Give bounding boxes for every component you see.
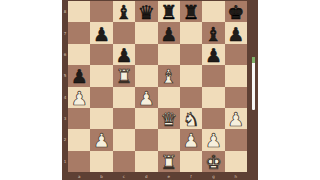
file-label-g: g	[202, 172, 224, 180]
square-b5[interactable]	[90, 65, 112, 86]
square-h3[interactable]: ♟	[225, 108, 247, 129]
square-f8[interactable]: ♜	[180, 1, 202, 22]
square-a8[interactable]	[68, 1, 90, 22]
square-b4[interactable]	[90, 87, 112, 108]
file-label-c: c	[113, 172, 135, 180]
square-g6[interactable]: ♟	[202, 44, 224, 65]
black-queen-piece: ♛	[138, 3, 155, 22]
file-label-f: f	[180, 172, 202, 180]
square-e3[interactable]: ♛	[158, 108, 180, 129]
square-h4[interactable]	[225, 87, 247, 108]
page: 87654321 ♝♛♜♜♚♟♟♝♟♟♟♟♜♝♟♟♛♞♟♟♟♟♜♚ abcdef…	[0, 0, 320, 180]
square-h6[interactable]	[225, 44, 247, 65]
white-pawn-piece: ♟	[138, 88, 155, 107]
square-a4[interactable]: ♟	[68, 87, 90, 108]
square-e8[interactable]: ♜	[158, 1, 180, 22]
file-label-a: a	[68, 172, 90, 180]
square-c4[interactable]	[113, 87, 135, 108]
chess-board-frame: 87654321 ♝♛♜♜♚♟♟♝♟♟♟♟♜♝♟♟♛♞♟♟♟♟♜♚ abcdef…	[62, 0, 258, 180]
square-c8[interactable]: ♝	[113, 1, 135, 22]
black-pawn-piece: ♟	[227, 24, 244, 43]
black-bishop-piece: ♝	[205, 24, 222, 43]
square-f5[interactable]	[180, 65, 202, 86]
square-e7[interactable]: ♟	[158, 22, 180, 43]
black-rook-piece: ♜	[160, 3, 177, 22]
file-label-h: h	[225, 172, 247, 180]
square-a7[interactable]	[68, 22, 90, 43]
square-a1[interactable]	[68, 151, 90, 172]
square-b3[interactable]	[90, 108, 112, 129]
file-label-b: b	[90, 172, 112, 180]
scrollbar-accent	[252, 57, 255, 63]
scrollbar-thumb[interactable]	[252, 57, 255, 110]
square-g4[interactable]	[202, 87, 224, 108]
square-h2[interactable]	[225, 129, 247, 150]
white-pawn-piece: ♟	[71, 88, 88, 107]
square-e1[interactable]: ♜	[158, 151, 180, 172]
square-g8[interactable]	[202, 1, 224, 22]
square-d7[interactable]	[135, 22, 157, 43]
black-rook-piece: ♜	[183, 3, 200, 22]
square-d2[interactable]	[135, 129, 157, 150]
square-b6[interactable]	[90, 44, 112, 65]
square-c1[interactable]	[113, 151, 135, 172]
square-e2[interactable]	[158, 129, 180, 150]
square-g3[interactable]	[202, 108, 224, 129]
square-b1[interactable]	[90, 151, 112, 172]
square-h7[interactable]: ♟	[225, 22, 247, 43]
square-f7[interactable]	[180, 22, 202, 43]
black-king-piece: ♚	[227, 3, 244, 22]
square-h8[interactable]: ♚	[225, 1, 247, 22]
square-d8[interactable]: ♛	[135, 1, 157, 22]
square-b7[interactable]: ♟	[90, 22, 112, 43]
square-c2[interactable]	[113, 129, 135, 150]
square-e6[interactable]	[158, 44, 180, 65]
white-pawn-piece: ♟	[205, 131, 222, 150]
white-pawn-piece: ♟	[93, 131, 110, 150]
square-b2[interactable]: ♟	[90, 129, 112, 150]
square-c5[interactable]: ♜	[113, 65, 135, 86]
file-label-d: d	[135, 172, 157, 180]
white-knight-piece: ♞	[183, 110, 200, 129]
square-f2[interactable]: ♟	[180, 129, 202, 150]
square-a3[interactable]	[68, 108, 90, 129]
square-g7[interactable]: ♝	[202, 22, 224, 43]
white-rook-piece: ♜	[115, 67, 132, 86]
square-d1[interactable]	[135, 151, 157, 172]
black-pawn-piece: ♟	[205, 45, 222, 64]
square-c6[interactable]: ♟	[113, 44, 135, 65]
square-d3[interactable]	[135, 108, 157, 129]
black-pawn-piece: ♟	[93, 24, 110, 43]
black-bishop-piece: ♝	[115, 3, 132, 22]
square-g1[interactable]: ♚	[202, 151, 224, 172]
white-pawn-piece: ♟	[183, 131, 200, 150]
black-pawn-piece: ♟	[160, 24, 177, 43]
square-e4[interactable]	[158, 87, 180, 108]
square-d5[interactable]	[135, 65, 157, 86]
square-h5[interactable]	[225, 65, 247, 86]
square-f4[interactable]	[180, 87, 202, 108]
white-queen-piece: ♛	[160, 110, 177, 129]
square-g5[interactable]	[202, 65, 224, 86]
file-labels: abcdefgh	[68, 172, 247, 180]
black-pawn-piece: ♟	[115, 45, 132, 64]
square-b8[interactable]	[90, 1, 112, 22]
white-king-piece: ♚	[205, 152, 222, 171]
square-a6[interactable]	[68, 44, 90, 65]
square-f3[interactable]: ♞	[180, 108, 202, 129]
square-d4[interactable]: ♟	[135, 87, 157, 108]
square-e5[interactable]: ♝	[158, 65, 180, 86]
square-g2[interactable]: ♟	[202, 129, 224, 150]
square-a5[interactable]: ♟	[68, 65, 90, 86]
square-f6[interactable]	[180, 44, 202, 65]
square-c3[interactable]	[113, 108, 135, 129]
square-h1[interactable]	[225, 151, 247, 172]
chess-board: ♝♛♜♜♚♟♟♝♟♟♟♟♜♝♟♟♛♞♟♟♟♟♜♚	[68, 1, 247, 172]
black-pawn-piece: ♟	[71, 67, 88, 86]
square-c7[interactable]	[113, 22, 135, 43]
file-label-e: e	[158, 172, 180, 180]
white-bishop-piece: ♝	[160, 67, 177, 86]
square-f1[interactable]	[180, 151, 202, 172]
white-rook-piece: ♜	[160, 152, 177, 171]
white-pawn-piece: ♟	[227, 110, 244, 129]
square-a2[interactable]	[68, 129, 90, 150]
square-d6[interactable]	[135, 44, 157, 65]
